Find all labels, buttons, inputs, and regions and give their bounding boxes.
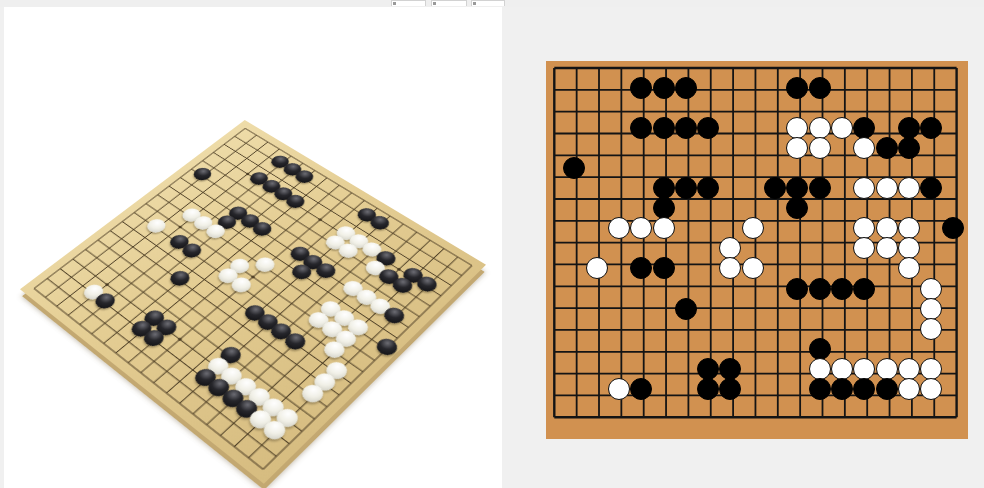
white-stone [586, 257, 608, 279]
tab-stub[interactable] [391, 0, 426, 6]
white-stone [920, 278, 942, 300]
black-stone [630, 117, 652, 139]
black-stone [653, 177, 675, 199]
white-stone [920, 318, 942, 340]
white-stone [920, 358, 942, 380]
white-stone [898, 217, 920, 239]
white-stone [742, 257, 764, 279]
tab-favicon-dot [433, 2, 436, 5]
white-stone [831, 117, 853, 139]
black-stone [853, 278, 875, 300]
black-stone [786, 278, 808, 300]
white-stone [876, 237, 898, 259]
black-stone [653, 77, 675, 99]
black-stone [653, 117, 675, 139]
tab-stub[interactable] [431, 0, 467, 6]
black-stone [653, 257, 675, 279]
white-stone [853, 358, 875, 380]
white-stone [920, 378, 942, 400]
white-stone [608, 217, 630, 239]
tab-favicon-dot [473, 2, 476, 5]
black-stone [675, 117, 697, 139]
black-stone [809, 177, 831, 199]
black-stone [809, 278, 831, 300]
white-stone [608, 378, 630, 400]
photo-go-board [20, 120, 486, 484]
white-stone [898, 177, 920, 199]
white-stone [831, 358, 853, 380]
white-stone [786, 137, 808, 159]
black-stone [675, 77, 697, 99]
white-stone [898, 237, 920, 259]
black-stone [920, 117, 942, 139]
black-stone [920, 177, 942, 199]
white-stone [876, 177, 898, 199]
black-stone [697, 378, 719, 400]
white-stone [920, 298, 942, 320]
black-stone [653, 197, 675, 219]
white-stone [809, 117, 831, 139]
black-stone [853, 117, 875, 139]
photo-panel [4, 7, 502, 488]
black-stone [697, 177, 719, 199]
black-stone [630, 77, 652, 99]
black-stone [697, 117, 719, 139]
black-stone [809, 338, 831, 360]
black-stone [898, 137, 920, 159]
black-stone [809, 378, 831, 400]
photo-board-tilt-wrapper [80, 104, 427, 451]
black-stone [697, 358, 719, 380]
white-stone [898, 358, 920, 380]
white-stone [876, 358, 898, 380]
black-stone [831, 378, 853, 400]
black-stone [675, 177, 697, 199]
tab-stub[interactable] [471, 0, 505, 6]
diagram-go-board[interactable] [546, 61, 968, 439]
browser-top-strip [0, 0, 984, 7]
white-stone [786, 117, 808, 139]
black-stone [831, 278, 853, 300]
white-stone [653, 217, 675, 239]
white-stone [853, 137, 875, 159]
black-stone [809, 77, 831, 99]
black-stone [786, 77, 808, 99]
black-stone [876, 378, 898, 400]
black-stone [876, 137, 898, 159]
black-stone [764, 177, 786, 199]
white-stone [898, 378, 920, 400]
white-stone [742, 217, 764, 239]
white-stone [809, 358, 831, 380]
white-stone [876, 217, 898, 239]
tab-favicon-dot [393, 2, 396, 5]
black-stone [675, 298, 697, 320]
white-stone [809, 137, 831, 159]
black-stone [898, 117, 920, 139]
